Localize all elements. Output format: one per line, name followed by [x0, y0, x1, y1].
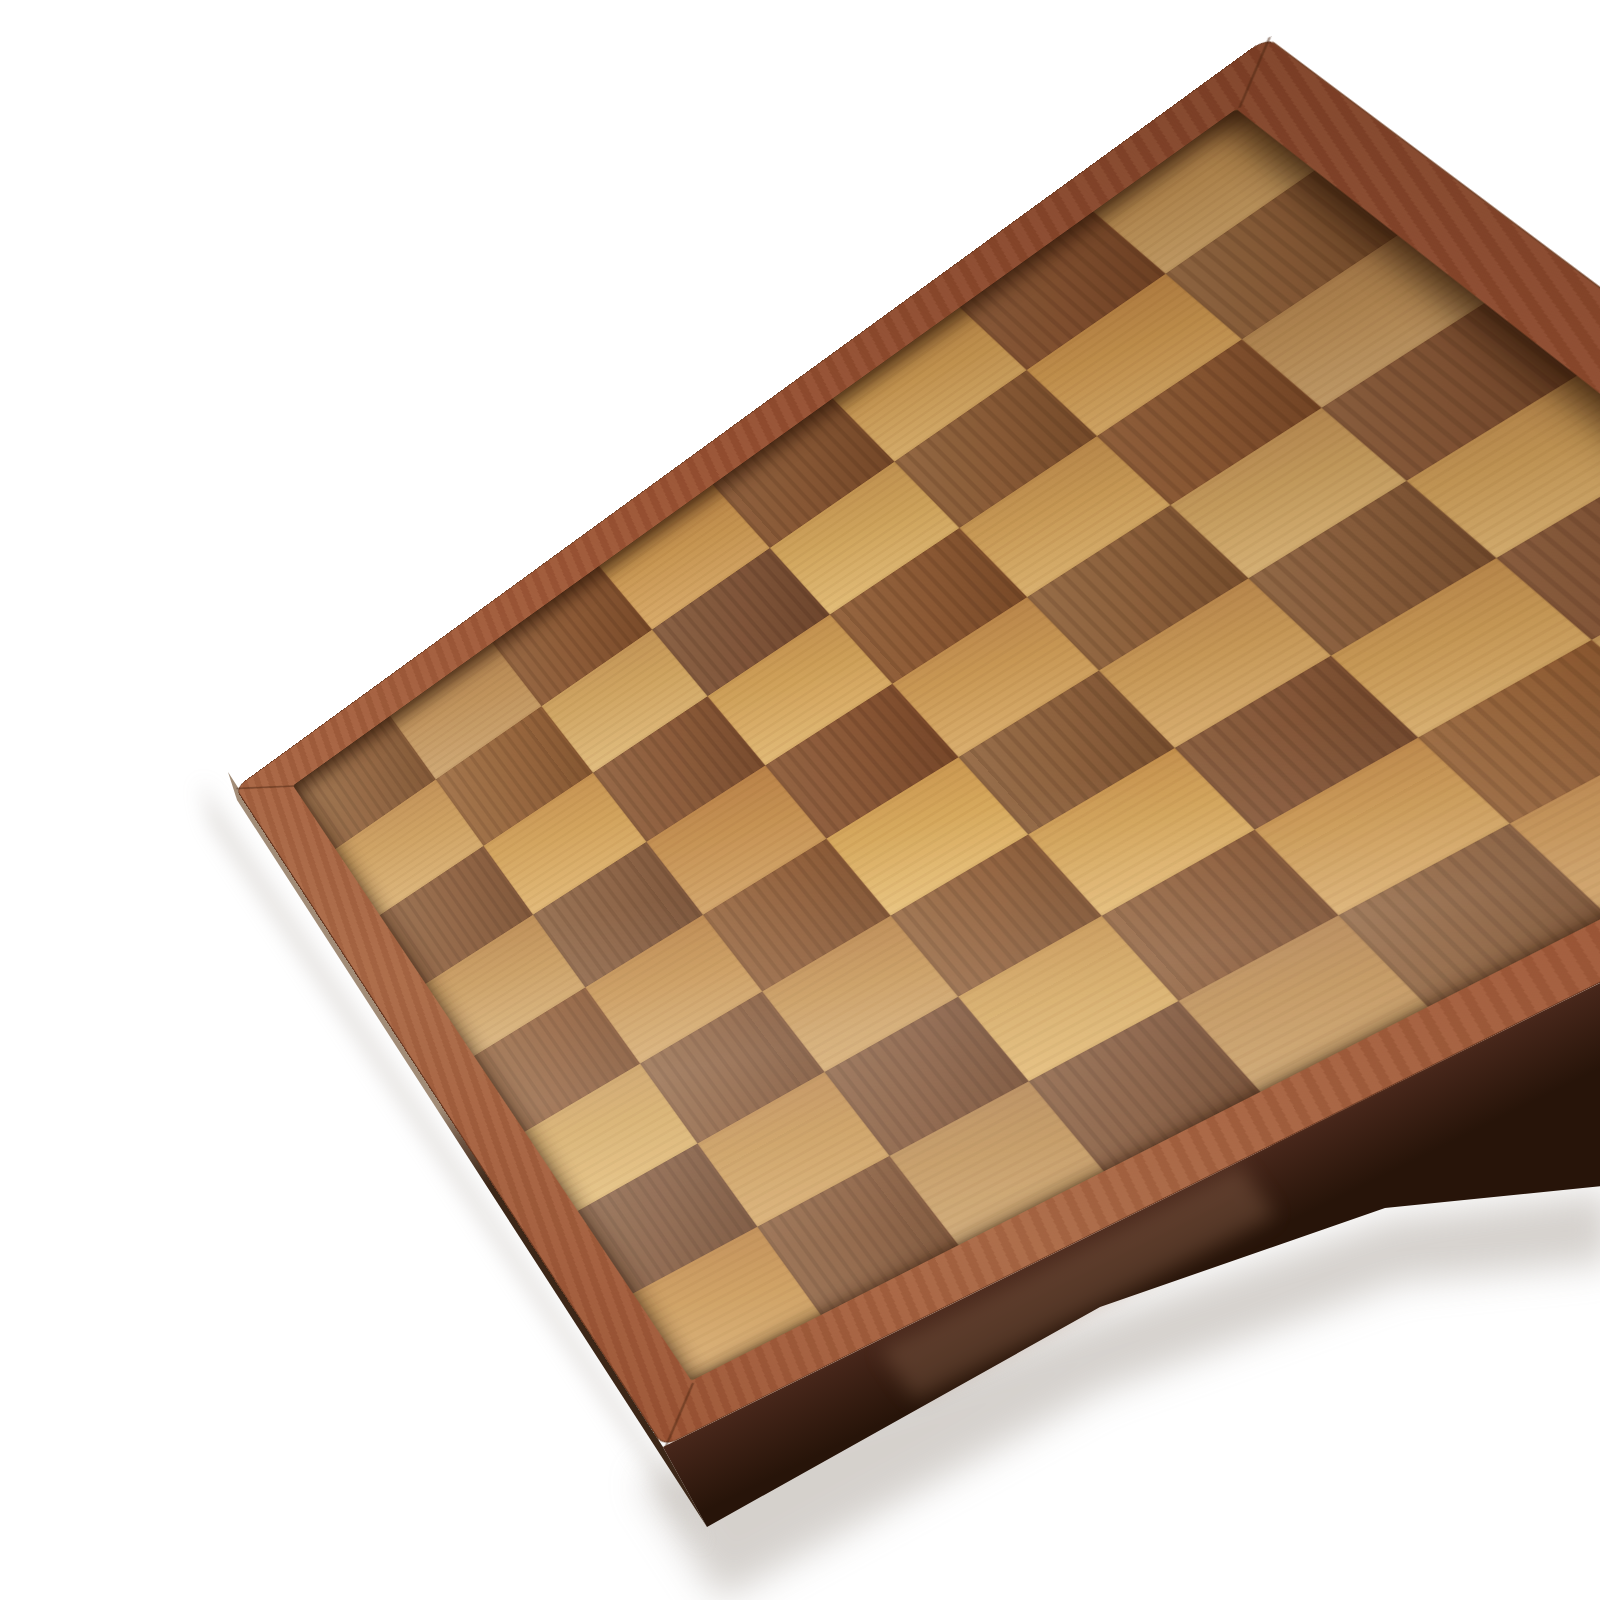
frame-mitre-joint — [236, 785, 294, 789]
photo-stage — [0, 0, 1600, 1600]
